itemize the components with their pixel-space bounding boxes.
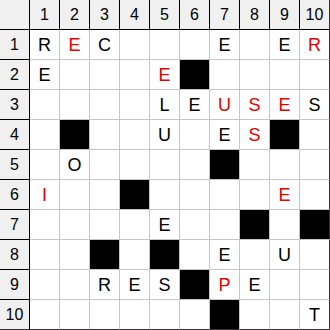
cell-r2-c2[interactable] bbox=[60, 60, 90, 90]
cell-r9-c2[interactable] bbox=[60, 270, 90, 300]
block-cell-r8-c5[interactable] bbox=[150, 240, 180, 270]
cell-r6-c2[interactable] bbox=[60, 180, 90, 210]
cell-r6-c6[interactable] bbox=[180, 180, 210, 210]
cell-r9-c9[interactable] bbox=[270, 270, 300, 300]
cell-r9-c1[interactable] bbox=[30, 270, 60, 300]
row-header-1: 1 bbox=[0, 30, 30, 60]
block-cell-r7-c8[interactable] bbox=[240, 210, 270, 240]
cell-r7-c7[interactable] bbox=[210, 210, 240, 240]
cell-r2-c5[interactable]: E bbox=[150, 60, 180, 90]
cell-r8-c8[interactable] bbox=[240, 240, 270, 270]
cell-r8-c1[interactable] bbox=[30, 240, 60, 270]
crossword-board: 123456789101RECEER2EE3LEUSES4UES5O6IE7E8… bbox=[0, 0, 330, 330]
cell-r7-c2[interactable] bbox=[60, 210, 90, 240]
block-cell-r4-c9[interactable] bbox=[270, 120, 300, 150]
col-header-2: 2 bbox=[60, 0, 90, 30]
cell-r2-c1[interactable]: E bbox=[30, 60, 60, 90]
col-header-8: 8 bbox=[240, 0, 270, 30]
cell-r10-c6[interactable] bbox=[180, 300, 210, 330]
cell-r10-c4[interactable] bbox=[120, 300, 150, 330]
cell-r3-c10[interactable]: S bbox=[300, 90, 330, 120]
cell-r3-c8[interactable]: S bbox=[240, 90, 270, 120]
cell-r4-c5[interactable]: U bbox=[150, 120, 180, 150]
cell-r4-c6[interactable] bbox=[180, 120, 210, 150]
cell-r5-c2[interactable]: O bbox=[60, 150, 90, 180]
cell-r5-c5[interactable] bbox=[150, 150, 180, 180]
cell-r4-c4[interactable] bbox=[120, 120, 150, 150]
cell-r3-c2[interactable] bbox=[60, 90, 90, 120]
block-cell-r10-c7[interactable] bbox=[210, 300, 240, 330]
cell-r2-c10[interactable] bbox=[300, 60, 330, 90]
col-header-7: 7 bbox=[210, 0, 240, 30]
cell-r6-c1[interactable]: I bbox=[30, 180, 60, 210]
cell-r7-c9[interactable] bbox=[270, 210, 300, 240]
cell-r5-c1[interactable] bbox=[30, 150, 60, 180]
cell-r9-c4[interactable]: E bbox=[120, 270, 150, 300]
cell-r6-c3[interactable] bbox=[90, 180, 120, 210]
cell-r4-c3[interactable] bbox=[90, 120, 120, 150]
col-header-6: 6 bbox=[180, 0, 210, 30]
cell-r5-c8[interactable] bbox=[240, 150, 270, 180]
col-header-9: 9 bbox=[270, 0, 300, 30]
cell-r8-c7[interactable]: E bbox=[210, 240, 240, 270]
cell-r6-c7[interactable] bbox=[210, 180, 240, 210]
cell-r9-c5[interactable]: S bbox=[150, 270, 180, 300]
row-header-5: 5 bbox=[0, 150, 30, 180]
cell-r1-c7[interactable]: E bbox=[210, 30, 240, 60]
cell-r5-c4[interactable] bbox=[120, 150, 150, 180]
cell-r3-c3[interactable] bbox=[90, 90, 120, 120]
row-header-2: 2 bbox=[0, 60, 30, 90]
cell-r9-c3[interactable]: R bbox=[90, 270, 120, 300]
cell-r5-c9[interactable] bbox=[270, 150, 300, 180]
cell-r1-c9[interactable]: E bbox=[270, 30, 300, 60]
cell-r1-c10[interactable]: R bbox=[300, 30, 330, 60]
cell-r5-c10[interactable] bbox=[300, 150, 330, 180]
cell-r9-c10[interactable] bbox=[300, 270, 330, 300]
cell-r4-c1[interactable] bbox=[30, 120, 60, 150]
row-header-9: 9 bbox=[0, 270, 30, 300]
cell-r1-c2[interactable]: E bbox=[60, 30, 90, 60]
row-header-6: 6 bbox=[0, 180, 30, 210]
cell-r6-c8[interactable] bbox=[240, 180, 270, 210]
cell-r2-c7[interactable] bbox=[210, 60, 240, 90]
block-cell-r4-c2[interactable] bbox=[60, 120, 90, 150]
cell-r2-c4[interactable] bbox=[120, 60, 150, 90]
cell-r5-c6[interactable] bbox=[180, 150, 210, 180]
cell-r7-c5[interactable]: E bbox=[150, 210, 180, 240]
row-header-10: 10 bbox=[0, 300, 30, 330]
cell-r6-c9[interactable]: E bbox=[270, 180, 300, 210]
cell-r4-c7[interactable]: E bbox=[210, 120, 240, 150]
block-cell-r9-c6[interactable] bbox=[180, 270, 210, 300]
col-header-3: 3 bbox=[90, 0, 120, 30]
cell-r6-c5[interactable] bbox=[150, 180, 180, 210]
cell-r3-c4[interactable] bbox=[120, 90, 150, 120]
cell-r1-c1[interactable]: R bbox=[30, 30, 60, 60]
row-header-8: 8 bbox=[0, 240, 30, 270]
cell-r2-c8[interactable] bbox=[240, 60, 270, 90]
cell-r3-c5[interactable]: L bbox=[150, 90, 180, 120]
cell-r1-c3[interactable]: C bbox=[90, 30, 120, 60]
block-cell-r8-c3[interactable] bbox=[90, 240, 120, 270]
cell-r3-c1[interactable] bbox=[30, 90, 60, 120]
cell-r2-c9[interactable] bbox=[270, 60, 300, 90]
col-header-5: 5 bbox=[150, 0, 180, 30]
block-cell-r2-c6[interactable] bbox=[180, 60, 210, 90]
row-header-3: 3 bbox=[0, 90, 30, 120]
block-cell-r5-c7[interactable] bbox=[210, 150, 240, 180]
cell-r8-c10[interactable] bbox=[300, 240, 330, 270]
cell-r7-c1[interactable] bbox=[30, 210, 60, 240]
cell-r2-c3[interactable] bbox=[90, 60, 120, 90]
block-cell-r7-c10[interactable] bbox=[300, 210, 330, 240]
cell-r7-c3[interactable] bbox=[90, 210, 120, 240]
cell-r8-c6[interactable] bbox=[180, 240, 210, 270]
cell-r7-c4[interactable] bbox=[120, 210, 150, 240]
cell-r10-c1[interactable] bbox=[30, 300, 60, 330]
corner-cell bbox=[0, 0, 30, 30]
cell-r10-c9[interactable] bbox=[270, 300, 300, 330]
cell-r5-c3[interactable] bbox=[90, 150, 120, 180]
cell-r3-c9[interactable]: E bbox=[270, 90, 300, 120]
cell-r1-c4[interactable] bbox=[120, 30, 150, 60]
cell-r8-c9[interactable]: U bbox=[270, 240, 300, 270]
col-header-4: 4 bbox=[120, 0, 150, 30]
cell-r10-c5[interactable] bbox=[150, 300, 180, 330]
block-cell-r6-c4[interactable] bbox=[120, 180, 150, 210]
cell-r4-c8[interactable]: S bbox=[240, 120, 270, 150]
cell-r4-c10[interactable] bbox=[300, 120, 330, 150]
cell-r10-c2[interactable] bbox=[60, 300, 90, 330]
cell-r7-c6[interactable] bbox=[180, 210, 210, 240]
row-header-7: 7 bbox=[0, 210, 30, 240]
cell-r1-c8[interactable] bbox=[240, 30, 270, 60]
col-header-1: 1 bbox=[30, 0, 60, 30]
cell-r8-c2[interactable] bbox=[60, 240, 90, 270]
col-header-10: 10 bbox=[300, 0, 330, 30]
cell-r9-c8[interactable]: E bbox=[240, 270, 270, 300]
cell-r9-c7[interactable]: P bbox=[210, 270, 240, 300]
row-header-4: 4 bbox=[0, 120, 30, 150]
cell-r3-c6[interactable]: E bbox=[180, 90, 210, 120]
cell-r1-c6[interactable] bbox=[180, 30, 210, 60]
cell-r10-c3[interactable] bbox=[90, 300, 120, 330]
cell-r10-c8[interactable] bbox=[240, 300, 270, 330]
cell-r6-c10[interactable] bbox=[300, 180, 330, 210]
cell-r8-c4[interactable] bbox=[120, 240, 150, 270]
cell-r10-c10[interactable]: T bbox=[300, 300, 330, 330]
cell-r1-c5[interactable] bbox=[150, 30, 180, 60]
cell-r3-c7[interactable]: U bbox=[210, 90, 240, 120]
